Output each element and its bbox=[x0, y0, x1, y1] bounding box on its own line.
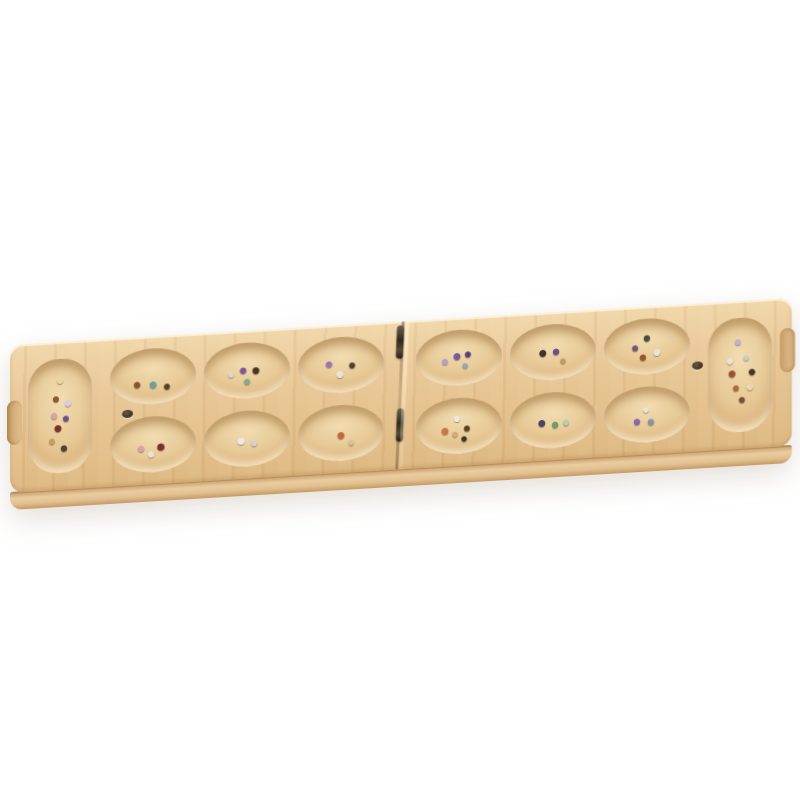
gemstone-counter: ● bbox=[559, 353, 567, 366]
pit-bottom-3[interactable]: ●● bbox=[298, 402, 384, 463]
gemstone-counter: ● bbox=[441, 354, 449, 369]
gemstone-counter: ● bbox=[453, 411, 461, 426]
pit-top-6[interactable]: ●●●● bbox=[604, 316, 690, 377]
pit-top-3[interactable]: ●●● bbox=[298, 334, 384, 395]
handle-notch-east bbox=[780, 328, 795, 373]
pit-bottom-2[interactable]: ●● bbox=[204, 408, 290, 469]
product-photo: ●●●●●●●● ●●● ●●●● ●●● ●●● ●● ●● ●●●● ●●●… bbox=[0, 0, 800, 800]
gemstone-counter: ● bbox=[550, 415, 559, 431]
magnet-dot-icon bbox=[692, 361, 703, 370]
gemstone-counter: ● bbox=[460, 431, 468, 444]
hinge-barrel-icon bbox=[396, 325, 404, 358]
pit-grid-east-half: ●●●● ●●● ●●●● ●●●●● ●●● ●●● bbox=[414, 313, 692, 460]
gemstone-counter: ● bbox=[48, 433, 56, 448]
pit-bottom-6[interactable]: ●●● bbox=[604, 384, 690, 445]
gemstone-counter: ● bbox=[440, 422, 450, 439]
pit-bottom-1[interactable]: ●●● bbox=[110, 414, 196, 475]
gemstone-counter: ● bbox=[55, 372, 64, 388]
pit-top-4[interactable]: ●●●● bbox=[416, 327, 502, 388]
gemstone-counter: ● bbox=[638, 349, 647, 365]
gemstone-counter: ● bbox=[59, 440, 68, 456]
gemstone-counter: ● bbox=[250, 435, 258, 450]
store-pit-west[interactable]: ●●●●●●●● bbox=[28, 357, 92, 475]
gemstone-counter: ● bbox=[451, 427, 459, 440]
store-pit-east[interactable]: ●●●●●●●● bbox=[708, 316, 772, 434]
gemstone-counter: ● bbox=[632, 412, 641, 428]
gemstone-counter: ● bbox=[745, 378, 755, 395]
gemstone-counter: ● bbox=[148, 376, 158, 393]
gemstone-counter: ● bbox=[324, 356, 333, 372]
pit-top-1[interactable]: ●●● bbox=[110, 346, 196, 407]
gemstone-counter: ● bbox=[136, 439, 145, 455]
gemstone-counter: ● bbox=[63, 394, 72, 410]
pit-bottom-5[interactable]: ●●● bbox=[510, 390, 596, 451]
gemstone-counter: ● bbox=[163, 378, 171, 393]
gemstone-counter: ● bbox=[156, 437, 166, 455]
gemstone-counter: ● bbox=[537, 415, 547, 432]
gemstone-counter: ● bbox=[132, 376, 141, 392]
gemstone-counter: ● bbox=[747, 362, 756, 378]
hinge-barrel-icon bbox=[396, 408, 404, 441]
gemstone-counter: ● bbox=[562, 414, 570, 429]
gemstone-counter: ● bbox=[147, 446, 155, 461]
gemstone-counter: ● bbox=[52, 391, 60, 406]
pit-top-5[interactable]: ●●● bbox=[510, 322, 596, 383]
gemstone-counter: ● bbox=[347, 435, 355, 448]
gemstone-counter: ● bbox=[336, 427, 346, 444]
gemstone-counter: ● bbox=[461, 359, 469, 372]
gemstone-counter: ● bbox=[642, 329, 651, 345]
mancala-board: ●●●●●●●● ●●● ●●●● ●●● ●●● ●● ●● ●●●● ●●●… bbox=[10, 298, 792, 510]
gemstone-counter: ● bbox=[243, 373, 251, 388]
gemstone-counter: ● bbox=[251, 362, 261, 379]
gemstone-counter: ● bbox=[227, 366, 235, 381]
handle-notch-west bbox=[7, 400, 22, 445]
pit-bottom-4[interactable]: ●●●●● bbox=[416, 395, 502, 456]
gemstone-counter: ● bbox=[538, 345, 548, 362]
gemstone-counter: ● bbox=[652, 344, 662, 361]
pit-top-2[interactable]: ●●●● bbox=[204, 340, 290, 401]
hinge-seam bbox=[386, 321, 414, 471]
gemstone-counter: ● bbox=[734, 334, 742, 349]
pit-grid-west-half: ●●● ●●●● ●●● ●●● ●● ●● bbox=[108, 331, 386, 478]
gemstone-counter: ● bbox=[335, 366, 345, 383]
gemstone-counter: ● bbox=[738, 392, 746, 407]
gemstone-counter: ● bbox=[236, 432, 246, 450]
gemstone-counter: ● bbox=[348, 357, 356, 372]
gemstone-counter: ● bbox=[642, 402, 650, 415]
